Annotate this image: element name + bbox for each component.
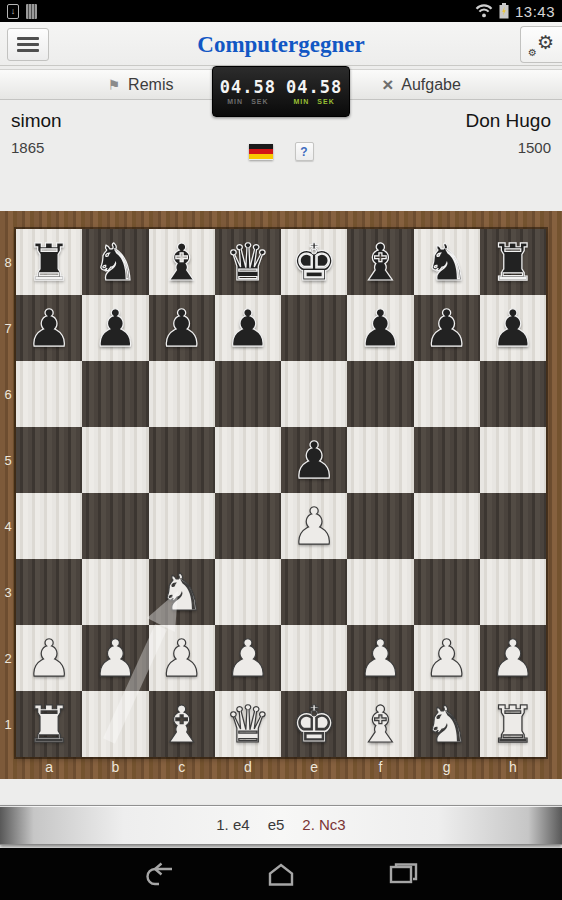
wifi-icon	[475, 4, 493, 18]
black-bishop[interactable]: ♝	[159, 237, 205, 288]
rank-label: 3	[0, 559, 16, 625]
square-f7[interactable]: ♟	[347, 295, 413, 361]
white-pawn[interactable]: ♟	[26, 633, 72, 684]
white-knight[interactable]: ♞	[159, 567, 205, 618]
flag-icon: ⚑	[108, 77, 121, 93]
file-label: h	[480, 757, 546, 779]
square-a4[interactable]	[16, 493, 82, 559]
gear-icon: ⚙	[537, 31, 554, 54]
black-rook[interactable]: ♜	[490, 237, 536, 288]
rank-label: 1	[0, 691, 16, 757]
toolbar: Computergegner ⚙ ⚙	[0, 22, 562, 66]
file-labels: abcdefgh	[16, 757, 546, 779]
square-h1[interactable]: ♜	[480, 691, 546, 757]
square-g5[interactable]	[414, 427, 480, 493]
square-e6[interactable]	[281, 361, 347, 427]
square-g8[interactable]: ♞	[414, 229, 480, 295]
move-list-bar: 1. e4e52. Nc3	[0, 805, 562, 845]
battery-charging-icon	[499, 3, 509, 19]
square-h4[interactable]	[480, 493, 546, 559]
resign-label: Aufgabe	[401, 76, 461, 94]
min-label: MIN	[293, 98, 309, 105]
square-a6[interactable]	[16, 361, 82, 427]
square-f1[interactable]: ♝	[347, 691, 413, 757]
square-d6[interactable]	[215, 361, 281, 427]
white-pawn[interactable]: ♟	[358, 633, 404, 684]
rank-label: 8	[0, 229, 16, 295]
square-g1[interactable]: ♞	[414, 691, 480, 757]
square-b6[interactable]	[82, 361, 148, 427]
black-rook[interactable]: ♜	[26, 237, 72, 288]
clock-time: 13:43	[515, 3, 555, 20]
square-c8[interactable]: ♝	[149, 229, 215, 295]
square-e8[interactable]: ♚	[281, 229, 347, 295]
rank-label: 7	[0, 295, 16, 361]
sek-label: SEK	[251, 98, 268, 105]
square-b5[interactable]	[82, 427, 148, 493]
home-icon	[265, 862, 297, 886]
square-a7[interactable]: ♟	[16, 295, 82, 361]
square-e1[interactable]: ♚	[281, 691, 347, 757]
close-icon: ×	[382, 75, 393, 94]
sim-card-icon	[26, 4, 37, 19]
square-h8[interactable]: ♜	[480, 229, 546, 295]
square-e4[interactable]: ♟	[281, 493, 347, 559]
draw-label: Remis	[128, 76, 173, 94]
square-e5[interactable]: ♟	[281, 427, 347, 493]
square-c4[interactable]	[149, 493, 215, 559]
square-f2[interactable]: ♟	[347, 625, 413, 691]
black-knight[interactable]: ♞	[424, 237, 470, 288]
black-pawn[interactable]: ♟	[225, 303, 271, 354]
home-button[interactable]	[265, 862, 297, 886]
gear-small-icon: ⚙	[528, 47, 537, 58]
square-c3[interactable]: ♞	[149, 559, 215, 625]
square-c2[interactable]: ♟	[149, 625, 215, 691]
square-b3[interactable]	[82, 559, 148, 625]
white-rook[interactable]: ♜	[490, 699, 536, 750]
white-player-name: simon	[11, 110, 62, 132]
square-d5[interactable]	[215, 427, 281, 493]
german-flag-icon	[249, 144, 273, 160]
black-player-name: Don Hugo	[465, 110, 551, 132]
black-pawn[interactable]: ♟	[490, 303, 536, 354]
square-c1[interactable]: ♝	[149, 691, 215, 757]
white-pawn[interactable]: ♟	[490, 633, 536, 684]
square-h3[interactable]	[480, 559, 546, 625]
recents-icon	[387, 862, 419, 886]
black-knight[interactable]: ♞	[93, 237, 139, 288]
black-pawn[interactable]: ♟	[93, 303, 139, 354]
square-d8[interactable]: ♛	[215, 229, 281, 295]
file-label: a	[16, 757, 82, 779]
square-g6[interactable]	[414, 361, 480, 427]
square-d4[interactable]	[215, 493, 281, 559]
square-a8[interactable]: ♜	[16, 229, 82, 295]
square-d1[interactable]: ♛	[215, 691, 281, 757]
board-squares: ♜♞♝♛♚♝♞♜♟♟♟♟♟♟♟♟♟♞♟♟♟♟♟♟♟♜♝♛♚♝♞♜	[16, 229, 546, 757]
square-g3[interactable]	[414, 559, 480, 625]
chess-clock: 04.58 MIN SEK 04.58 MIN SEK	[212, 66, 350, 117]
square-d7[interactable]: ♟	[215, 295, 281, 361]
square-d2[interactable]: ♟	[215, 625, 281, 691]
black-pawn[interactable]: ♟	[159, 303, 205, 354]
android-status-bar: ↓ 13:43	[0, 0, 562, 22]
file-label: e	[281, 757, 347, 779]
square-b1[interactable]	[82, 691, 148, 757]
file-label: c	[149, 757, 215, 779]
download-icon: ↓	[7, 4, 19, 19]
square-g2[interactable]: ♟	[414, 625, 480, 691]
white-bishop[interactable]: ♝	[358, 699, 404, 750]
black-clock: 04.58 MIN SEK	[286, 78, 342, 106]
square-c5[interactable]	[149, 427, 215, 493]
move-item: e5	[268, 816, 285, 833]
black-pawn[interactable]: ♟	[424, 303, 470, 354]
white-bishop[interactable]: ♝	[159, 699, 205, 750]
file-label: f	[347, 757, 413, 779]
square-f5[interactable]	[347, 427, 413, 493]
square-g7[interactable]: ♟	[414, 295, 480, 361]
settings-button[interactable]: ⚙ ⚙	[520, 26, 562, 63]
back-button[interactable]	[143, 862, 175, 886]
black-pawn[interactable]: ♟	[291, 435, 337, 486]
rank-label: 5	[0, 427, 16, 493]
square-f4[interactable]	[347, 493, 413, 559]
square-h7[interactable]: ♟	[480, 295, 546, 361]
square-f3[interactable]	[347, 559, 413, 625]
black-bishop[interactable]: ♝	[358, 237, 404, 288]
square-f8[interactable]: ♝	[347, 229, 413, 295]
black-pawn[interactable]: ♟	[358, 303, 404, 354]
square-a5[interactable]	[16, 427, 82, 493]
square-b7[interactable]: ♟	[82, 295, 148, 361]
black-pawn[interactable]: ♟	[26, 303, 72, 354]
recents-button[interactable]	[387, 862, 419, 886]
white-knight[interactable]: ♞	[424, 699, 470, 750]
white-pawn[interactable]: ♟	[424, 633, 470, 684]
rank-label: 2	[0, 625, 16, 691]
square-c7[interactable]: ♟	[149, 295, 215, 361]
white-queen[interactable]: ♛	[225, 699, 271, 750]
file-label: d	[215, 757, 281, 779]
white-clock: 04.58 MIN SEK	[220, 78, 276, 106]
help-button[interactable]: ?	[295, 142, 314, 161]
move-item: 2. Nc3	[302, 816, 345, 833]
square-f6[interactable]	[347, 361, 413, 427]
rank-label: 6	[0, 361, 16, 427]
square-h6[interactable]	[480, 361, 546, 427]
rank-label: 4	[0, 493, 16, 559]
white-pawn[interactable]: ♟	[291, 501, 337, 552]
square-b8[interactable]: ♞	[82, 229, 148, 295]
square-d3[interactable]	[215, 559, 281, 625]
black-queen[interactable]: ♛	[225, 237, 271, 288]
square-b4[interactable]	[82, 493, 148, 559]
android-nav-bar	[0, 848, 562, 900]
file-label: g	[414, 757, 480, 779]
square-e3[interactable]	[281, 559, 347, 625]
black-king[interactable]: ♚	[291, 237, 337, 288]
move-item: 1. e4	[216, 816, 249, 833]
square-c6[interactable]	[149, 361, 215, 427]
square-a2[interactable]: ♟	[16, 625, 82, 691]
rank-labels: 87654321	[0, 229, 16, 757]
min-label: MIN	[227, 98, 243, 105]
chess-board: 87654321 ♜♞♝♛♚♝♞♜♟♟♟♟♟♟♟♟♟♞♟♟♟♟♟♟♟♜♝♛♚♝♞…	[0, 211, 562, 779]
sek-label: SEK	[317, 98, 334, 105]
square-a1[interactable]: ♜	[16, 691, 82, 757]
app-screen: ↓ 13:43 Computergegner ⚙ ⚙	[0, 0, 562, 900]
white-pawn[interactable]: ♟	[225, 633, 271, 684]
white-clock-time: 04.58	[220, 78, 276, 97]
square-e2[interactable]	[281, 625, 347, 691]
white-rook[interactable]: ♜	[26, 699, 72, 750]
square-h5[interactable]	[480, 427, 546, 493]
file-label: b	[82, 757, 148, 779]
white-pawn[interactable]: ♟	[93, 633, 139, 684]
square-e7[interactable]	[281, 295, 347, 361]
white-pawn[interactable]: ♟	[159, 633, 205, 684]
square-b2[interactable]: ♟	[82, 625, 148, 691]
square-a3[interactable]	[16, 559, 82, 625]
back-icon	[143, 862, 175, 886]
page-title: Computergegner	[0, 22, 562, 66]
white-king[interactable]: ♚	[291, 699, 337, 750]
black-clock-time: 04.58	[286, 78, 342, 97]
square-h2[interactable]: ♟	[480, 625, 546, 691]
square-g4[interactable]	[414, 493, 480, 559]
